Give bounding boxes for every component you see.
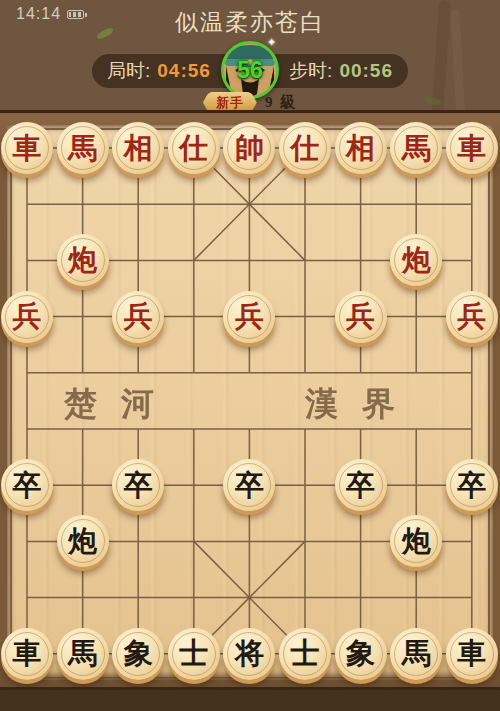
piece-red-soldier[interactable]: 兵 xyxy=(1,291,53,343)
move-time-value: 00:56 xyxy=(339,60,393,82)
bottom-bar xyxy=(0,690,500,711)
piece-red-soldier[interactable]: 兵 xyxy=(335,291,387,343)
piece-black-elephant[interactable]: 象 xyxy=(112,628,164,680)
piece-red-cannon[interactable]: 炮 xyxy=(57,234,109,286)
piece-black-general[interactable]: 将 xyxy=(223,628,275,680)
piece-black-soldier[interactable]: 卒 xyxy=(1,459,53,511)
piece-black-chariot[interactable]: 車 xyxy=(1,628,53,680)
move-time: 步时: 00:56 xyxy=(289,58,393,84)
piece-red-soldier[interactable]: 兵 xyxy=(112,291,164,343)
piece-black-horse[interactable]: 馬 xyxy=(390,628,442,680)
piece-red-elephant[interactable]: 相 xyxy=(112,122,164,174)
piece-red-cannon[interactable]: 炮 xyxy=(390,234,442,286)
piece-black-elephant[interactable]: 象 xyxy=(335,628,387,680)
game-time: 局时: 04:56 xyxy=(107,58,211,84)
game-screen: 14:14 似温柔亦苍白 局时: 04:56 步时: 00:56 56 ✦ xyxy=(0,0,500,711)
piece-black-advisor[interactable]: 士 xyxy=(279,628,331,680)
xiangqi-board[interactable]: 楚河 漢界 車馬相仕帥仕相馬車炮炮兵兵兵兵兵卒卒卒卒卒炮炮車馬象士将士象馬車 xyxy=(0,110,500,690)
piece-red-elephant[interactable]: 相 xyxy=(335,122,387,174)
piece-red-general[interactable]: 帥 xyxy=(223,122,275,174)
piece-black-chariot[interactable]: 車 xyxy=(446,628,498,680)
piece-red-horse[interactable]: 馬 xyxy=(57,122,109,174)
pieces-layer: 車馬相仕帥仕相馬車炮炮兵兵兵兵兵卒卒卒卒卒炮炮車馬象士将士象馬車 xyxy=(0,113,500,687)
piece-black-soldier[interactable]: 卒 xyxy=(112,459,164,511)
piece-red-chariot[interactable]: 車 xyxy=(446,122,498,174)
piece-black-soldier[interactable]: 卒 xyxy=(335,459,387,511)
page-title: 似温柔亦苍白 xyxy=(0,7,500,38)
piece-black-horse[interactable]: 馬 xyxy=(57,628,109,680)
game-time-label: 局时: xyxy=(107,58,150,84)
piece-red-soldier[interactable]: 兵 xyxy=(446,291,498,343)
piece-black-soldier[interactable]: 卒 xyxy=(446,459,498,511)
piece-black-cannon[interactable]: 炮 xyxy=(390,515,442,567)
piece-black-cannon[interactable]: 炮 xyxy=(57,515,109,567)
player-avatar[interactable] xyxy=(221,41,279,99)
piece-red-soldier[interactable]: 兵 xyxy=(223,291,275,343)
move-time-label: 步时: xyxy=(289,58,332,84)
piece-red-horse[interactable]: 馬 xyxy=(390,122,442,174)
piece-black-soldier[interactable]: 卒 xyxy=(223,459,275,511)
piece-red-advisor[interactable]: 仕 xyxy=(168,122,220,174)
sparkle-icon: ✦ xyxy=(267,36,276,49)
piece-red-advisor[interactable]: 仕 xyxy=(279,122,331,174)
piece-black-advisor[interactable]: 士 xyxy=(168,628,220,680)
piece-red-chariot[interactable]: 車 xyxy=(1,122,53,174)
general-face-icon xyxy=(224,44,276,96)
game-time-value: 04:56 xyxy=(157,60,211,82)
